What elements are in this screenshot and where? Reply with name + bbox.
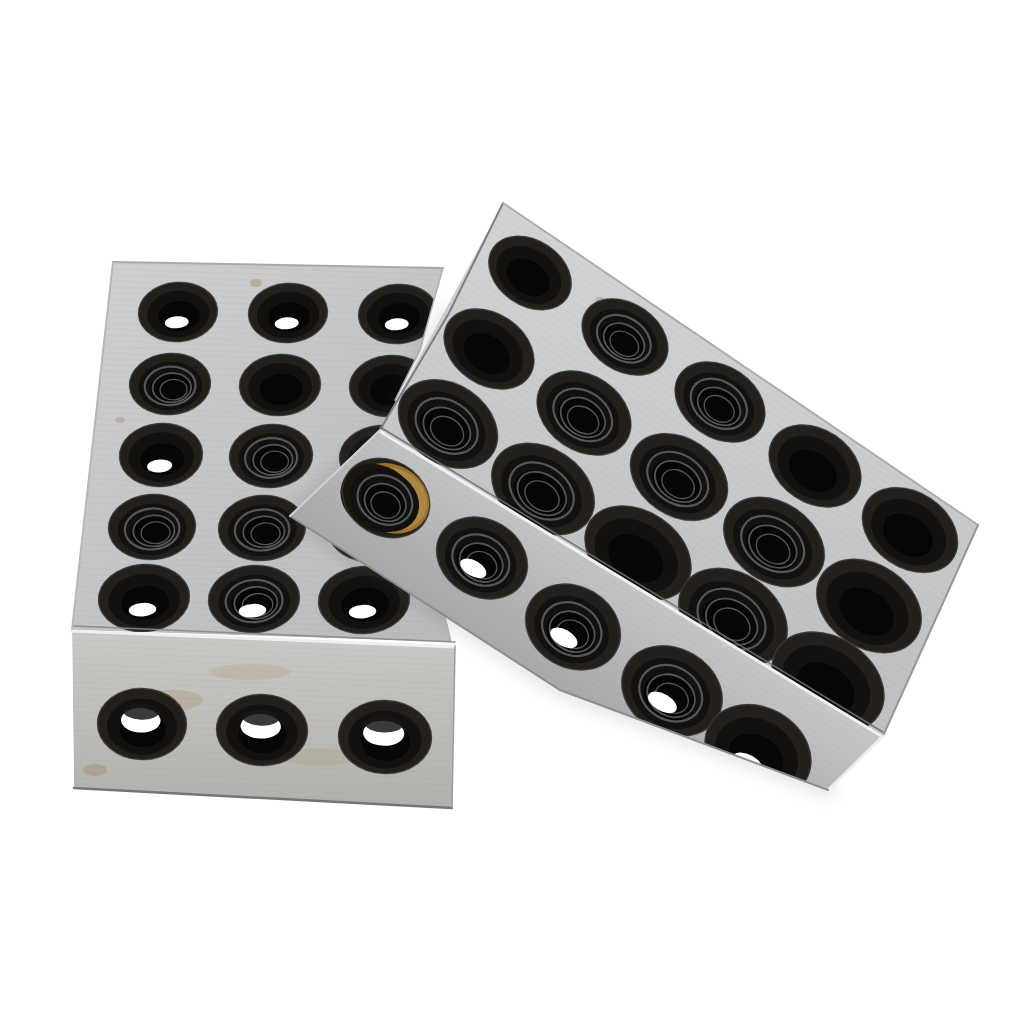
left-block-top-face-stain-2	[115, 417, 125, 423]
left-block-top-face-stain-1	[250, 279, 262, 287]
left-block-front-face-stain-4	[83, 764, 107, 776]
left-block-front-face	[72, 630, 455, 808]
left-block-front-face-stain-3	[210, 664, 290, 680]
two-123-blocks-image	[0, 0, 1024, 1024]
product-photo	[0, 0, 1024, 1024]
